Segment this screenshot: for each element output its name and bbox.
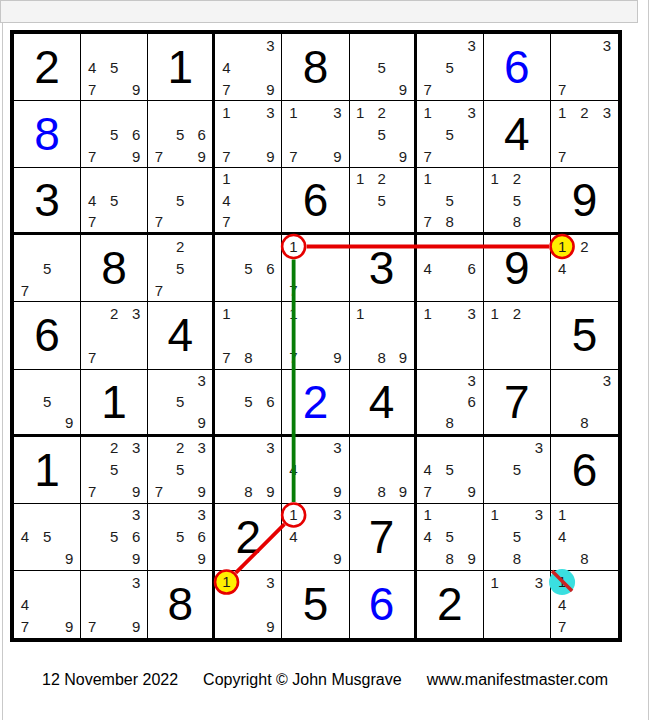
pencil-marks: 59 bbox=[350, 34, 414, 100]
pencil-mark: 3 bbox=[259, 437, 281, 459]
pencil-mark: 9 bbox=[392, 347, 413, 369]
cell-value: 1 bbox=[14, 437, 80, 503]
pencil-mark: 5 bbox=[170, 190, 191, 211]
cell-value: 2 bbox=[282, 370, 348, 434]
cell-r7c9[interactable]: 6 bbox=[551, 437, 618, 504]
cell-r5c6[interactable]: 189 bbox=[350, 302, 417, 369]
pencil-mark: 3 bbox=[259, 34, 281, 56]
cell-r1c1[interactable]: 2 bbox=[14, 34, 81, 101]
pencil-mark: 2 bbox=[371, 168, 392, 189]
cell-value: 5 bbox=[551, 302, 618, 368]
pencil-mark: 1 bbox=[417, 168, 439, 189]
pencil-mark: 7 bbox=[148, 211, 169, 232]
pencil-marks: 1259 bbox=[350, 101, 414, 167]
pencil-marks: 14589 bbox=[417, 504, 483, 570]
pencil-marks: 59 bbox=[14, 370, 80, 434]
pencil-mark: 5 bbox=[36, 391, 58, 412]
cell-r6c7[interactable]: 368 bbox=[417, 370, 484, 437]
pencil-mark: 5 bbox=[36, 526, 58, 548]
cell-value: 2 bbox=[417, 571, 483, 638]
pencil-mark: 1 bbox=[484, 504, 506, 526]
pencil-mark: 3 bbox=[596, 101, 618, 123]
pencil-mark: 7 bbox=[417, 211, 439, 232]
cell-value: 2 bbox=[215, 504, 281, 570]
pencil-mark: 4 bbox=[14, 526, 36, 548]
cell-r8c4[interactable]: 2 bbox=[215, 504, 282, 571]
cell-r3c1[interactable]: 3 bbox=[14, 168, 81, 235]
pencil-mark: 3 bbox=[461, 370, 483, 391]
pencil-marks: 357 bbox=[417, 34, 483, 100]
pencil-marks: 189 bbox=[350, 302, 414, 368]
footer-copyright: Copyright © John Musgrave bbox=[203, 671, 402, 688]
cell-r3c8[interactable]: 1258 bbox=[484, 168, 551, 235]
pencil-mark: 7 bbox=[417, 145, 439, 167]
cell-r2c7[interactable]: 1357 bbox=[417, 101, 484, 168]
pencil-marks: 23579 bbox=[148, 437, 212, 503]
cell-r5c4[interactable]: 178 bbox=[215, 302, 282, 369]
pencil-marks: 13 bbox=[484, 571, 550, 638]
cell-r5c7[interactable]: 13 bbox=[417, 302, 484, 369]
pencil-mark: 8 bbox=[371, 347, 392, 369]
cell-value: 4 bbox=[148, 302, 212, 368]
cell-r2c2[interactable]: 5679 bbox=[81, 101, 148, 168]
cell-r5c8[interactable]: 12 bbox=[484, 302, 551, 369]
pencil-mark: 3 bbox=[327, 437, 349, 459]
pencil-marks: 3479 bbox=[215, 34, 281, 100]
pencil-marks: 124 bbox=[551, 235, 618, 301]
cell-r4c9[interactable]: 124 bbox=[551, 235, 618, 302]
cell-r6c8[interactable]: 7 bbox=[484, 370, 551, 437]
pencil-mark: 5 bbox=[170, 257, 191, 279]
cell-r2c4[interactable]: 1379 bbox=[215, 101, 282, 168]
pencil-mark: 3 bbox=[259, 101, 281, 123]
pencil-mark: 1 bbox=[282, 504, 304, 526]
pencil-mark: 7 bbox=[81, 211, 103, 232]
cell-r8c7[interactable]: 14589 bbox=[417, 504, 484, 571]
pencil-mark: 9 bbox=[125, 145, 147, 167]
pencil-marks: 46 bbox=[417, 235, 483, 301]
pencil-mark: 6 bbox=[125, 123, 147, 145]
cell-value: 1 bbox=[81, 370, 147, 434]
cell-value: 5 bbox=[282, 571, 348, 638]
cell-value: 9 bbox=[484, 235, 550, 301]
pencil-mark: 3 bbox=[259, 571, 281, 593]
cell-r4c1[interactable]: 57 bbox=[14, 235, 81, 302]
pencil-mark: 1 bbox=[282, 101, 304, 123]
pencil-mark: 6 bbox=[259, 391, 281, 412]
pencil-mark: 5 bbox=[103, 526, 125, 548]
cell-value: 7 bbox=[350, 504, 414, 570]
pencil-mark: 3 bbox=[191, 504, 212, 526]
pencil-mark: 6 bbox=[259, 257, 281, 279]
pencil-mark: 5 bbox=[170, 123, 191, 145]
cell-r7c2[interactable]: 23579 bbox=[81, 437, 148, 504]
pencil-marks: 12 bbox=[484, 302, 550, 368]
cell-r8c5[interactable]: 1349 bbox=[282, 504, 349, 571]
pencil-mark: 2 bbox=[506, 302, 528, 324]
pencil-mark: 3 bbox=[461, 302, 483, 324]
cell-r4c3[interactable]: 257 bbox=[148, 235, 215, 302]
pencil-mark: 1 bbox=[551, 504, 573, 526]
cell-r8c2[interactable]: 3569 bbox=[81, 504, 148, 571]
pencil-mark: 4 bbox=[417, 257, 439, 279]
pencil-mark: 7 bbox=[215, 347, 237, 369]
pencil-mark: 5 bbox=[506, 459, 528, 481]
pencil-mark: 1 bbox=[215, 571, 237, 593]
pencil-mark: 5 bbox=[237, 257, 259, 279]
pencil-mark: 4 bbox=[417, 459, 439, 481]
cell-r2c5[interactable]: 1379 bbox=[282, 101, 349, 168]
cell-value: 8 bbox=[81, 235, 147, 301]
pencil-marks: 1349 bbox=[282, 504, 348, 570]
pencil-mark: 3 bbox=[125, 504, 147, 526]
cell-r7c3[interactable]: 23579 bbox=[148, 437, 215, 504]
pencil-mark: 3 bbox=[191, 370, 212, 391]
pencil-mark: 5 bbox=[371, 56, 392, 78]
pencil-mark: 9 bbox=[327, 145, 349, 167]
cell-r3c5[interactable]: 6 bbox=[282, 168, 349, 235]
cell-r6c2[interactable]: 1 bbox=[81, 370, 148, 437]
pencil-mark: 2 bbox=[103, 437, 125, 459]
pencil-mark: 9 bbox=[58, 548, 80, 570]
cell-r5c9[interactable]: 5 bbox=[551, 302, 618, 369]
cell-r7c5[interactable]: 349 bbox=[282, 437, 349, 504]
cell-r7c1[interactable]: 1 bbox=[14, 437, 81, 504]
cell-value: 9 bbox=[551, 168, 618, 232]
pencil-mark: 9 bbox=[191, 548, 212, 570]
pencil-mark: 4 bbox=[215, 56, 237, 78]
cell-r4c5[interactable]: 17 bbox=[282, 235, 349, 302]
cell-r6c4[interactable]: 56 bbox=[215, 370, 282, 437]
pencil-mark: 3 bbox=[125, 437, 147, 459]
cell-r8c3[interactable]: 3569 bbox=[148, 504, 215, 571]
pencil-mark: 9 bbox=[58, 616, 80, 638]
cell-value: 6 bbox=[282, 168, 348, 232]
pencil-mark: 5 bbox=[237, 391, 259, 412]
pencil-mark: 4 bbox=[551, 593, 573, 615]
cell-r4c8[interactable]: 9 bbox=[484, 235, 551, 302]
cell-r4c7[interactable]: 46 bbox=[417, 235, 484, 302]
pencil-mark: 8 bbox=[573, 548, 595, 570]
cell-r3c6[interactable]: 125 bbox=[350, 168, 417, 235]
pencil-marks: 147 bbox=[551, 571, 618, 638]
cell-r3c9[interactable]: 9 bbox=[551, 168, 618, 235]
cell-r1c8[interactable]: 6 bbox=[484, 34, 551, 101]
pencil-marks: 3569 bbox=[81, 504, 147, 570]
pencil-mark: 7 bbox=[14, 616, 36, 638]
pencil-marks: 1379 bbox=[215, 101, 281, 167]
pencil-mark: 1 bbox=[551, 235, 573, 257]
cell-value: 7 bbox=[484, 370, 550, 434]
pencil-mark: 9 bbox=[191, 412, 212, 433]
pencil-marks: 38 bbox=[551, 370, 618, 434]
pencil-mark: 1 bbox=[350, 101, 371, 123]
pencil-marks: 349 bbox=[282, 437, 348, 503]
footer: 12 November 2022Copyright © John Musgrav… bbox=[42, 671, 608, 689]
pencil-marks: 1358 bbox=[484, 504, 550, 570]
pencil-mark: 5 bbox=[170, 526, 191, 548]
pencil-mark: 7 bbox=[81, 78, 103, 100]
cell-r6c1[interactable]: 59 bbox=[14, 370, 81, 437]
pencil-mark: 8 bbox=[506, 548, 528, 570]
pencil-mark: 3 bbox=[528, 504, 550, 526]
cell-value: 1 bbox=[148, 34, 212, 100]
footer-date: 12 November 2022 bbox=[42, 671, 178, 688]
pencil-marks: 379 bbox=[81, 571, 147, 638]
cell-r6c9[interactable]: 38 bbox=[551, 370, 618, 437]
pencil-mark: 7 bbox=[81, 145, 103, 167]
pencil-mark: 5 bbox=[439, 190, 461, 211]
pencil-mark: 9 bbox=[125, 548, 147, 570]
pencil-mark: 9 bbox=[392, 145, 413, 167]
pencil-marks: 148 bbox=[551, 504, 618, 570]
cell-r9c1[interactable]: 479 bbox=[14, 571, 81, 638]
pencil-mark: 5 bbox=[439, 459, 461, 481]
cell-r3c2[interactable]: 457 bbox=[81, 168, 148, 235]
pencil-mark: 5 bbox=[439, 123, 461, 145]
pencil-mark: 4 bbox=[282, 459, 304, 481]
pencil-mark: 5 bbox=[170, 459, 191, 481]
cell-r9c9[interactable]: 147 bbox=[551, 571, 618, 638]
pencil-mark: 1 bbox=[484, 571, 506, 593]
pencil-mark: 6 bbox=[461, 257, 483, 279]
cell-value: 8 bbox=[14, 101, 80, 167]
pencil-mark: 2 bbox=[170, 437, 191, 459]
pencil-marks: 4579 bbox=[81, 34, 147, 100]
pencil-mark: 6 bbox=[461, 391, 483, 412]
pencil-mark: 3 bbox=[461, 34, 483, 56]
cell-r3c7[interactable]: 1578 bbox=[417, 168, 484, 235]
pencil-mark: 8 bbox=[573, 412, 595, 433]
pencil-mark: 7 bbox=[148, 481, 169, 503]
cell-r2c9[interactable]: 1237 bbox=[551, 101, 618, 168]
pencil-mark: 5 bbox=[371, 123, 392, 145]
pencil-mark: 7 bbox=[551, 78, 573, 100]
window-edge-left bbox=[2, 0, 3, 720]
pencil-marks: 23579 bbox=[81, 437, 147, 503]
pencil-mark: 7 bbox=[81, 481, 103, 503]
pencil-mark: 2 bbox=[506, 168, 528, 189]
pencil-marks: 178 bbox=[215, 302, 281, 368]
cell-r8c8[interactable]: 1358 bbox=[484, 504, 551, 571]
cell-value: 3 bbox=[350, 235, 414, 301]
pencil-mark: 1 bbox=[215, 168, 237, 189]
pencil-marks: 57 bbox=[148, 168, 212, 232]
pencil-marks: 35 bbox=[484, 437, 550, 503]
pencil-mark: 1 bbox=[417, 101, 439, 123]
pencil-mark: 1 bbox=[417, 302, 439, 324]
pencil-mark: 7 bbox=[81, 616, 103, 638]
pencil-marks: 389 bbox=[215, 437, 281, 503]
pencil-mark: 6 bbox=[191, 526, 212, 548]
cell-r4c2[interactable]: 8 bbox=[81, 235, 148, 302]
pencil-marks: 368 bbox=[417, 370, 483, 434]
pencil-marks: 459 bbox=[14, 504, 80, 570]
pencil-mark: 9 bbox=[191, 481, 212, 503]
pencil-mark: 5 bbox=[506, 526, 528, 548]
cell-r9c8[interactable]: 13 bbox=[484, 571, 551, 638]
pencil-mark: 8 bbox=[439, 548, 461, 570]
pencil-marks: 237 bbox=[81, 302, 147, 368]
pencil-mark: 1 bbox=[551, 101, 573, 123]
pencil-mark: 9 bbox=[259, 145, 281, 167]
pencil-marks: 13 bbox=[417, 302, 483, 368]
pencil-mark: 9 bbox=[392, 78, 413, 100]
pencil-mark: 3 bbox=[461, 101, 483, 123]
cell-r9c5[interactable]: 5 bbox=[282, 571, 349, 638]
cell-r4c6[interactable]: 3 bbox=[350, 235, 417, 302]
cell-r7c6[interactable]: 89 bbox=[350, 437, 417, 504]
pencil-mark: 5 bbox=[36, 257, 58, 279]
pencil-mark: 1 bbox=[282, 302, 304, 324]
pencil-mark: 3 bbox=[327, 101, 349, 123]
pencil-mark: 3 bbox=[125, 571, 147, 593]
cell-r1c7[interactable]: 357 bbox=[417, 34, 484, 101]
cell-r2c8[interactable]: 4 bbox=[484, 101, 551, 168]
pencil-marks: 5679 bbox=[148, 101, 212, 167]
pencil-mark: 1 bbox=[350, 168, 371, 189]
pencil-marks: 1258 bbox=[484, 168, 550, 232]
pencil-mark: 9 bbox=[327, 548, 349, 570]
pencil-mark: 8 bbox=[506, 211, 528, 232]
pencil-mark: 9 bbox=[327, 347, 349, 369]
pencil-mark: 7 bbox=[417, 78, 439, 100]
pencil-marks: 179 bbox=[282, 302, 348, 368]
pencil-mark: 9 bbox=[461, 481, 483, 503]
pencil-mark: 3 bbox=[528, 571, 550, 593]
cell-r8c6[interactable]: 7 bbox=[350, 504, 417, 571]
cell-r5c5[interactable]: 179 bbox=[282, 302, 349, 369]
cell-r4c4[interactable]: 56 bbox=[215, 235, 282, 302]
cell-r7c8[interactable]: 35 bbox=[484, 437, 551, 504]
cell-r6c6[interactable]: 4 bbox=[350, 370, 417, 437]
pencil-mark: 5 bbox=[371, 190, 392, 211]
cell-r8c9[interactable]: 148 bbox=[551, 504, 618, 571]
pencil-mark: 5 bbox=[103, 123, 125, 145]
cell-r2c6[interactable]: 1259 bbox=[350, 101, 417, 168]
cell-r1c2[interactable]: 4579 bbox=[81, 34, 148, 101]
pencil-mark: 3 bbox=[596, 370, 618, 391]
cell-value: 6 bbox=[551, 437, 618, 503]
pencil-mark: 2 bbox=[573, 101, 595, 123]
cell-value: 8 bbox=[282, 34, 348, 100]
pencil-mark: 4 bbox=[81, 190, 103, 211]
pencil-mark: 4 bbox=[14, 593, 36, 615]
pencil-marks: 359 bbox=[148, 370, 212, 434]
sudoku-grid: 2457913479859357637856795679137913791259… bbox=[14, 34, 618, 638]
pencil-marks: 147 bbox=[215, 168, 281, 232]
footer-website[interactable]: www.manifestmaster.com bbox=[427, 671, 608, 688]
pencil-mark: 7 bbox=[282, 347, 304, 369]
pencil-mark: 5 bbox=[506, 190, 528, 211]
pencil-mark: 1 bbox=[484, 302, 506, 324]
pencil-mark: 8 bbox=[439, 211, 461, 232]
pencil-mark: 3 bbox=[327, 504, 349, 526]
cell-r6c5[interactable]: 2 bbox=[282, 370, 349, 437]
pencil-mark: 3 bbox=[528, 437, 550, 459]
cell-r7c7[interactable]: 4579 bbox=[417, 437, 484, 504]
pencil-mark: 9 bbox=[392, 481, 413, 503]
cell-r5c3[interactable]: 4 bbox=[148, 302, 215, 369]
pencil-mark: 4 bbox=[215, 190, 237, 211]
pencil-mark: 5 bbox=[103, 56, 125, 78]
pencil-mark: 3 bbox=[125, 302, 147, 324]
pencil-mark: 1 bbox=[215, 302, 237, 324]
pencil-marks: 56 bbox=[215, 370, 281, 434]
cell-value: 8 bbox=[148, 571, 212, 638]
pencil-mark: 9 bbox=[125, 481, 147, 503]
pencil-mark: 4 bbox=[417, 526, 439, 548]
pencil-mark: 7 bbox=[417, 481, 439, 503]
pencil-mark: 9 bbox=[461, 548, 483, 570]
cell-r1c4[interactable]: 3479 bbox=[215, 34, 282, 101]
pencil-marks: 89 bbox=[350, 437, 414, 503]
pencil-mark: 4 bbox=[551, 526, 573, 548]
sudoku-board: 2457913479859357637856795679137913791259… bbox=[10, 30, 622, 642]
pencil-marks: 257 bbox=[148, 235, 212, 301]
pencil-mark: 9 bbox=[125, 78, 147, 100]
pencil-mark: 1 bbox=[417, 504, 439, 526]
cell-value: 4 bbox=[484, 101, 550, 167]
pencil-mark: 8 bbox=[439, 412, 461, 433]
pencil-mark: 7 bbox=[148, 145, 169, 167]
pencil-mark: 7 bbox=[81, 347, 103, 369]
pencil-marks: 1237 bbox=[551, 101, 618, 167]
cell-r9c6[interactable]: 6 bbox=[350, 571, 417, 638]
cell-value: 6 bbox=[14, 302, 80, 368]
cell-r3c3[interactable]: 57 bbox=[148, 168, 215, 235]
cell-r5c2[interactable]: 237 bbox=[81, 302, 148, 369]
pencil-mark: 7 bbox=[282, 145, 304, 167]
pencil-mark: 6 bbox=[191, 123, 212, 145]
cell-r1c3[interactable]: 1 bbox=[148, 34, 215, 101]
pencil-mark: 1 bbox=[282, 235, 304, 257]
pencil-mark: 1 bbox=[551, 571, 573, 593]
pencil-marks: 57 bbox=[14, 235, 80, 301]
cell-r5c1[interactable]: 6 bbox=[14, 302, 81, 369]
cell-r9c3[interactable]: 8 bbox=[148, 571, 215, 638]
pencil-mark: 3 bbox=[191, 437, 212, 459]
cell-r1c5[interactable]: 8 bbox=[282, 34, 349, 101]
pencil-mark: 7 bbox=[215, 78, 237, 100]
cell-value: 2 bbox=[14, 34, 80, 100]
pencil-mark: 7 bbox=[148, 279, 169, 301]
pencil-mark: 7 bbox=[551, 616, 573, 638]
cell-r7c4[interactable]: 389 bbox=[215, 437, 282, 504]
pencil-mark: 1 bbox=[215, 101, 237, 123]
cell-r9c2[interactable]: 379 bbox=[81, 571, 148, 638]
pencil-mark: 2 bbox=[103, 302, 125, 324]
pencil-marks: 37 bbox=[551, 34, 618, 100]
cell-r1c6[interactable]: 59 bbox=[350, 34, 417, 101]
cell-r9c7[interactable]: 2 bbox=[417, 571, 484, 638]
cell-r9c4[interactable]: 139 bbox=[215, 571, 282, 638]
cell-r2c3[interactable]: 5679 bbox=[148, 101, 215, 168]
pencil-mark: 5 bbox=[439, 56, 461, 78]
cell-value: 6 bbox=[484, 34, 550, 100]
cell-value: 3 bbox=[14, 168, 80, 232]
cell-r2c1[interactable]: 8 bbox=[14, 101, 81, 168]
pencil-mark: 9 bbox=[259, 481, 281, 503]
cell-r8c1[interactable]: 459 bbox=[14, 504, 81, 571]
pencil-marks: 1379 bbox=[282, 101, 348, 167]
pencil-mark: 9 bbox=[125, 616, 147, 638]
top-toolbar-strip bbox=[0, 0, 638, 23]
cell-r3c4[interactable]: 147 bbox=[215, 168, 282, 235]
pencil-marks: 479 bbox=[14, 571, 80, 638]
cell-r1c9[interactable]: 37 bbox=[551, 34, 618, 101]
cell-r6c3[interactable]: 359 bbox=[148, 370, 215, 437]
